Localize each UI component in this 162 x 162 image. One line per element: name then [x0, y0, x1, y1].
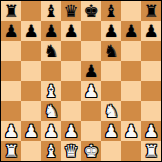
- white-knight-piece[interactable]: ♞: [103, 101, 118, 121]
- square-b1[interactable]: [21, 141, 41, 161]
- square-h4[interactable]: [141, 81, 161, 101]
- square-h5[interactable]: [141, 61, 161, 81]
- black-rook-piece[interactable]: ♜: [143, 1, 158, 21]
- square-g5[interactable]: [121, 61, 141, 81]
- square-a6[interactable]: [1, 41, 21, 61]
- black-pawn-piece[interactable]: ♟: [43, 21, 58, 41]
- square-g7[interactable]: ♟: [121, 21, 141, 41]
- white-pawn-piece[interactable]: ♟: [23, 121, 38, 141]
- square-c8[interactable]: ♝: [41, 1, 61, 21]
- chess-board: ♜♝♛♚♝♜♟♟♟♟♟♟♟♞♞♟♝♟♞♞♟♟♟♟♟♟♟♜♝♛♚♜: [0, 0, 162, 162]
- white-pawn-piece[interactable]: ♟: [83, 81, 98, 101]
- square-e6[interactable]: [81, 41, 101, 61]
- black-pawn-piece[interactable]: ♟: [3, 21, 18, 41]
- square-g2[interactable]: ♟: [121, 121, 141, 141]
- white-pawn-piece[interactable]: ♟: [63, 121, 78, 141]
- square-h8[interactable]: ♜: [141, 1, 161, 21]
- black-pawn-piece[interactable]: ♟: [103, 21, 118, 41]
- square-c2[interactable]: ♟: [41, 121, 61, 141]
- white-rook-piece[interactable]: ♜: [143, 141, 158, 161]
- square-h2[interactable]: ♟: [141, 121, 161, 141]
- white-pawn-piece[interactable]: ♟: [143, 121, 158, 141]
- square-e1[interactable]: ♚: [81, 141, 101, 161]
- white-pawn-piece[interactable]: ♟: [43, 121, 58, 141]
- square-f4[interactable]: [101, 81, 121, 101]
- square-c5[interactable]: [41, 61, 61, 81]
- white-knight-piece[interactable]: ♞: [43, 101, 58, 121]
- square-f8[interactable]: ♝: [101, 1, 121, 21]
- square-h3[interactable]: [141, 101, 161, 121]
- square-h7[interactable]: ♟: [141, 21, 161, 41]
- black-pawn-piece[interactable]: ♟: [123, 21, 138, 41]
- square-d4[interactable]: [61, 81, 81, 101]
- square-b2[interactable]: ♟: [21, 121, 41, 141]
- square-f5[interactable]: [101, 61, 121, 81]
- square-c3[interactable]: ♞: [41, 101, 61, 121]
- square-b6[interactable]: [21, 41, 41, 61]
- black-pawn-piece[interactable]: ♟: [63, 21, 78, 41]
- square-f7[interactable]: ♟: [101, 21, 121, 41]
- white-rook-piece[interactable]: ♜: [3, 141, 18, 161]
- white-queen-piece[interactable]: ♛: [63, 141, 78, 161]
- white-bishop-piece[interactable]: ♝: [43, 141, 58, 161]
- black-pawn-piece[interactable]: ♟: [143, 21, 158, 41]
- square-g6[interactable]: [121, 41, 141, 61]
- square-d2[interactable]: ♟: [61, 121, 81, 141]
- square-b4[interactable]: [21, 81, 41, 101]
- square-e7[interactable]: [81, 21, 101, 41]
- square-a7[interactable]: ♟: [1, 21, 21, 41]
- square-a4[interactable]: [1, 81, 21, 101]
- square-a8[interactable]: ♜: [1, 1, 21, 21]
- square-e2[interactable]: [81, 121, 101, 141]
- square-c4[interactable]: ♝: [41, 81, 61, 101]
- black-rook-piece[interactable]: ♜: [3, 1, 18, 21]
- square-e3[interactable]: [81, 101, 101, 121]
- square-a3[interactable]: [1, 101, 21, 121]
- square-c1[interactable]: ♝: [41, 141, 61, 161]
- black-knight-piece[interactable]: ♞: [103, 41, 118, 61]
- square-d8[interactable]: ♛: [61, 1, 81, 21]
- black-pawn-piece[interactable]: ♟: [23, 21, 38, 41]
- black-queen-piece[interactable]: ♛: [63, 1, 78, 21]
- black-pawn-piece[interactable]: ♟: [83, 61, 98, 81]
- white-king-piece[interactable]: ♚: [83, 141, 98, 161]
- square-e4[interactable]: ♟: [81, 81, 101, 101]
- square-d5[interactable]: [61, 61, 81, 81]
- square-h1[interactable]: ♜: [141, 141, 161, 161]
- square-d3[interactable]: [61, 101, 81, 121]
- black-knight-piece[interactable]: ♞: [43, 41, 58, 61]
- square-g1[interactable]: [121, 141, 141, 161]
- square-c6[interactable]: ♞: [41, 41, 61, 61]
- square-b5[interactable]: [21, 61, 41, 81]
- square-d7[interactable]: ♟: [61, 21, 81, 41]
- square-d6[interactable]: [61, 41, 81, 61]
- black-bishop-piece[interactable]: ♝: [103, 1, 118, 21]
- square-f1[interactable]: [101, 141, 121, 161]
- square-h6[interactable]: [141, 41, 161, 61]
- square-e8[interactable]: ♚: [81, 1, 101, 21]
- square-b8[interactable]: [21, 1, 41, 21]
- white-bishop-piece[interactable]: ♝: [43, 81, 58, 101]
- white-pawn-piece[interactable]: ♟: [103, 121, 118, 141]
- square-c7[interactable]: ♟: [41, 21, 61, 41]
- square-a5[interactable]: [1, 61, 21, 81]
- square-b7[interactable]: ♟: [21, 21, 41, 41]
- white-pawn-piece[interactable]: ♟: [123, 121, 138, 141]
- square-f2[interactable]: ♟: [101, 121, 121, 141]
- white-pawn-piece[interactable]: ♟: [3, 121, 18, 141]
- square-b3[interactable]: [21, 101, 41, 121]
- square-g3[interactable]: [121, 101, 141, 121]
- square-d1[interactable]: ♛: [61, 141, 81, 161]
- black-bishop-piece[interactable]: ♝: [43, 1, 58, 21]
- square-f6[interactable]: ♞: [101, 41, 121, 61]
- black-king-piece[interactable]: ♚: [83, 1, 98, 21]
- square-a1[interactable]: ♜: [1, 141, 21, 161]
- square-e5[interactable]: ♟: [81, 61, 101, 81]
- square-g4[interactable]: [121, 81, 141, 101]
- square-a2[interactable]: ♟: [1, 121, 21, 141]
- square-f3[interactable]: ♞: [101, 101, 121, 121]
- square-g8[interactable]: [121, 1, 141, 21]
